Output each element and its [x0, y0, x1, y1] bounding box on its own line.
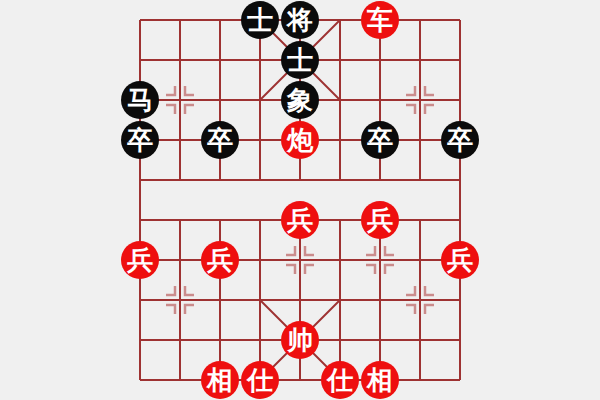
black-pawn[interactable]: 卒: [361, 121, 399, 159]
red-advisor[interactable]: 仕: [241, 361, 279, 399]
red-chariot[interactable]: 车: [361, 1, 399, 39]
black-horse[interactable]: 马: [121, 81, 159, 119]
red-pawn[interactable]: 兵: [361, 201, 399, 239]
red-cannon[interactable]: 炮: [281, 121, 319, 159]
red-general[interactable]: 帅: [281, 321, 319, 359]
red-elephant[interactable]: 相: [361, 361, 399, 399]
black-general[interactable]: 将: [281, 1, 319, 39]
red-pawn[interactable]: 兵: [121, 241, 159, 279]
black-pawn[interactable]: 卒: [441, 121, 479, 159]
red-elephant[interactable]: 相: [201, 361, 239, 399]
red-pawn[interactable]: 兵: [201, 241, 239, 279]
red-advisor[interactable]: 仕: [321, 361, 359, 399]
black-advisor[interactable]: 士: [281, 41, 319, 79]
black-advisor[interactable]: 士: [241, 1, 279, 39]
red-pawn[interactable]: 兵: [281, 201, 319, 239]
piece-layer[interactable]: 士将车士马象卒卒炮卒卒兵兵兵兵兵帅相仕仕相: [120, 0, 480, 400]
red-pawn[interactable]: 兵: [441, 241, 479, 279]
black-elephant[interactable]: 象: [281, 81, 319, 119]
black-pawn[interactable]: 卒: [201, 121, 239, 159]
black-pawn[interactable]: 卒: [121, 121, 159, 159]
xiangqi-board: 士将车士马象卒卒炮卒卒兵兵兵兵兵帅相仕仕相: [0, 0, 600, 400]
